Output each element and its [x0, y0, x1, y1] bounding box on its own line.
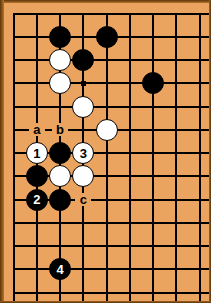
board-frame-top-edge — [0, 0, 211, 3]
white-stone — [49, 49, 71, 71]
point-label-a: a — [29, 123, 45, 136]
white-stone — [96, 119, 118, 141]
white-stone-label: 1 — [33, 147, 40, 160]
black-stone: 4 — [49, 258, 71, 280]
grid-line-vertical — [106, 13, 108, 303]
grid-line-horizontal — [13, 268, 212, 270]
hoshi-point — [81, 81, 86, 86]
black-stone — [72, 49, 94, 71]
black-stone: 2 — [26, 189, 48, 211]
go-board-diagram: 1324abc — [0, 0, 211, 303]
black-stone — [26, 165, 48, 187]
grid-line-horizontal — [13, 82, 212, 84]
white-stone — [49, 72, 71, 94]
grid-line-horizontal — [13, 292, 212, 294]
point-label-b-label: b — [56, 123, 64, 136]
grid-line-horizontal — [13, 245, 212, 247]
black-stone — [142, 72, 164, 94]
black-stone-label: 4 — [56, 263, 63, 276]
grid-line-vertical — [199, 13, 201, 303]
white-stone: 3 — [72, 142, 94, 164]
grid-line-vertical — [152, 13, 154, 303]
point-label-c: c — [75, 193, 91, 206]
white-stone-label: 3 — [80, 147, 87, 160]
point-label-c-label: c — [80, 193, 87, 206]
grid-line-horizontal — [13, 59, 212, 61]
grid-line-horizontal — [13, 13, 212, 15]
board-frame-left-edge — [0, 0, 4, 303]
grid-line-horizontal — [13, 222, 212, 224]
grid-line-vertical — [175, 13, 177, 303]
point-label-b: b — [52, 123, 68, 136]
white-stone — [49, 165, 71, 187]
white-stone — [72, 165, 94, 187]
white-stone: 1 — [26, 142, 48, 164]
black-stone — [49, 26, 71, 48]
go-board: 1324abc — [0, 0, 211, 303]
black-stone-label: 2 — [33, 193, 40, 206]
grid-line-vertical — [13, 13, 15, 303]
black-stone — [49, 142, 71, 164]
black-stone — [49, 189, 71, 211]
point-label-a-label: a — [33, 123, 40, 136]
grid-line-horizontal — [13, 106, 212, 108]
board-crop-right-edge — [209, 0, 211, 303]
grid-line-vertical — [129, 13, 131, 303]
white-stone — [72, 96, 94, 118]
black-stone — [96, 26, 118, 48]
